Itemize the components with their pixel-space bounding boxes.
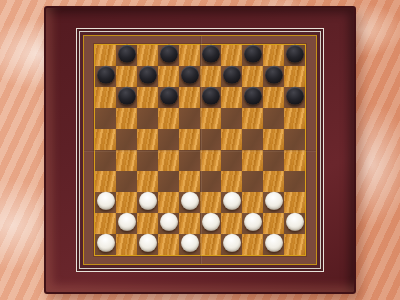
board-square-r5c5[interactable] xyxy=(179,129,200,150)
board-square-r2c5[interactable] xyxy=(179,66,200,87)
black-checker-piece[interactable] xyxy=(223,65,241,83)
black-checker-piece[interactable] xyxy=(244,86,262,104)
board-square-r1c3[interactable] xyxy=(137,45,158,66)
board-square-r10c1[interactable] xyxy=(95,234,116,255)
board-square-r6c6[interactable] xyxy=(200,150,221,171)
board-square-r7c5[interactable] xyxy=(179,171,200,192)
board-square-r9c10[interactable] xyxy=(284,213,305,234)
board-square-r5c7[interactable] xyxy=(221,129,242,150)
board-square-r8c5[interactable] xyxy=(179,192,200,213)
board-square-r6c5[interactable] xyxy=(179,150,200,171)
white-checker-piece[interactable] xyxy=(244,212,262,230)
board-square-r3c8[interactable] xyxy=(242,87,263,108)
board-square-r5c6[interactable] xyxy=(200,129,221,150)
board-square-r8c2[interactable] xyxy=(116,192,137,213)
black-checker-piece[interactable] xyxy=(244,44,262,62)
board-square-r8c7[interactable] xyxy=(221,192,242,213)
white-checker-piece[interactable] xyxy=(223,191,241,209)
white-checker-piece[interactable] xyxy=(202,212,220,230)
board-square-r6c8[interactable] xyxy=(242,150,263,171)
black-checker-piece[interactable] xyxy=(265,65,283,83)
board-square-r6c7[interactable] xyxy=(221,150,242,171)
board-square-r10c8[interactable] xyxy=(242,234,263,255)
board-square-r2c8[interactable] xyxy=(242,66,263,87)
board-square-r8c6[interactable] xyxy=(200,192,221,213)
board-square-r2c1[interactable] xyxy=(95,66,116,87)
board-square-r3c5[interactable] xyxy=(179,87,200,108)
board-square-r1c9[interactable] xyxy=(263,45,284,66)
black-checker-piece[interactable] xyxy=(286,86,304,104)
black-checker-piece[interactable] xyxy=(118,44,136,62)
white-checker-piece[interactable] xyxy=(139,191,157,209)
board-square-r6c9[interactable] xyxy=(263,150,284,171)
board-square-r4c4[interactable] xyxy=(158,108,179,129)
board-square-r5c4[interactable] xyxy=(158,129,179,150)
board-square-r5c9[interactable] xyxy=(263,129,284,150)
board-square-r10c4[interactable] xyxy=(158,234,179,255)
gold-border xyxy=(94,44,306,256)
board-square-r7c8[interactable] xyxy=(242,171,263,192)
board-square-r9c9[interactable] xyxy=(263,213,284,234)
board-square-r3c1[interactable] xyxy=(95,87,116,108)
board-square-r9c7[interactable] xyxy=(221,213,242,234)
board-square-r6c10[interactable] xyxy=(284,150,305,171)
board-square-r1c8[interactable] xyxy=(242,45,263,66)
white-checker-piece[interactable] xyxy=(181,191,199,209)
board-square-r2c10[interactable] xyxy=(284,66,305,87)
white-checker-piece[interactable] xyxy=(118,212,136,230)
board-square-r5c1[interactable] xyxy=(95,129,116,150)
board-square-r3c6[interactable] xyxy=(200,87,221,108)
board-square-r10c6[interactable] xyxy=(200,234,221,255)
board-square-r3c9[interactable] xyxy=(263,87,284,108)
black-checker-piece[interactable] xyxy=(97,65,115,83)
board-square-r9c1[interactable] xyxy=(95,213,116,234)
board-square-r9c2[interactable] xyxy=(116,213,137,234)
black-checker-piece[interactable] xyxy=(202,44,220,62)
board-square-r9c5[interactable] xyxy=(179,213,200,234)
board-square-r5c10[interactable] xyxy=(284,129,305,150)
board-square-r6c1[interactable] xyxy=(95,150,116,171)
board-square-r8c8[interactable] xyxy=(242,192,263,213)
board-square-r8c10[interactable] xyxy=(284,192,305,213)
white-checker-piece[interactable] xyxy=(265,233,283,251)
board-square-r1c2[interactable] xyxy=(116,45,137,66)
board-square-r2c9[interactable] xyxy=(263,66,284,87)
black-checker-piece[interactable] xyxy=(286,44,304,62)
board-square-r6c3[interactable] xyxy=(137,150,158,171)
board-square-r5c8[interactable] xyxy=(242,129,263,150)
black-checker-piece[interactable] xyxy=(202,86,220,104)
board-square-r3c7[interactable] xyxy=(221,87,242,108)
board-square-r3c2[interactable] xyxy=(116,87,137,108)
board-square-r2c6[interactable] xyxy=(200,66,221,87)
white-checker-piece[interactable] xyxy=(286,212,304,230)
board-square-r7c2[interactable] xyxy=(116,171,137,192)
board-square-r4c7[interactable] xyxy=(221,108,242,129)
board-square-r7c9[interactable] xyxy=(263,171,284,192)
checkers-board xyxy=(95,45,305,255)
board-square-r5c3[interactable] xyxy=(137,129,158,150)
board-square-r6c2[interactable] xyxy=(116,150,137,171)
black-checker-piece[interactable] xyxy=(118,86,136,104)
board-square-r2c4[interactable] xyxy=(158,66,179,87)
mahogany-board-frame xyxy=(44,6,356,294)
board-square-r2c2[interactable] xyxy=(116,66,137,87)
board-square-r3c3[interactable] xyxy=(137,87,158,108)
white-checker-piece[interactable] xyxy=(223,233,241,251)
board-square-r2c7[interactable] xyxy=(221,66,242,87)
black-checker-piece[interactable] xyxy=(160,86,178,104)
white-checker-piece[interactable] xyxy=(97,233,115,251)
black-checker-piece[interactable] xyxy=(160,44,178,62)
black-checker-piece[interactable] xyxy=(181,65,199,83)
board-square-r10c2[interactable] xyxy=(116,234,137,255)
board-square-r1c7[interactable] xyxy=(221,45,242,66)
board-square-r8c9[interactable] xyxy=(263,192,284,213)
board-square-r4c1[interactable] xyxy=(95,108,116,129)
board-square-r1c5[interactable] xyxy=(179,45,200,66)
board-square-r8c4[interactable] xyxy=(158,192,179,213)
board-square-r10c7[interactable] xyxy=(221,234,242,255)
board-square-r4c8[interactable] xyxy=(242,108,263,129)
board-square-r10c10[interactable] xyxy=(284,234,305,255)
board-square-r9c4[interactable] xyxy=(158,213,179,234)
white-checker-piece[interactable] xyxy=(160,212,178,230)
board-square-r7c4[interactable] xyxy=(158,171,179,192)
board-margin-band xyxy=(83,35,317,265)
board-square-r5c2[interactable] xyxy=(116,129,137,150)
board-square-r7c7[interactable] xyxy=(221,171,242,192)
white-checker-piece[interactable] xyxy=(181,233,199,251)
board-square-r9c8[interactable] xyxy=(242,213,263,234)
board-square-r7c3[interactable] xyxy=(137,171,158,192)
board-square-r10c5[interactable] xyxy=(179,234,200,255)
silver-trim-outer xyxy=(76,28,324,272)
board-square-r10c9[interactable] xyxy=(263,234,284,255)
white-checker-piece[interactable] xyxy=(265,191,283,209)
board-square-r9c6[interactable] xyxy=(200,213,221,234)
board-square-r4c9[interactable] xyxy=(263,108,284,129)
board-square-r4c2[interactable] xyxy=(116,108,137,129)
board-square-r8c1[interactable] xyxy=(95,192,116,213)
silver-trim-inner xyxy=(79,31,321,269)
board-square-r2c3[interactable] xyxy=(137,66,158,87)
board-square-r7c10[interactable] xyxy=(284,171,305,192)
board-square-r3c10[interactable] xyxy=(284,87,305,108)
board-square-r4c6[interactable] xyxy=(200,108,221,129)
white-checker-piece[interactable] xyxy=(139,233,157,251)
board-square-r4c3[interactable] xyxy=(137,108,158,129)
white-checker-piece[interactable] xyxy=(97,191,115,209)
board-square-r4c5[interactable] xyxy=(179,108,200,129)
board-square-r1c6[interactable] xyxy=(200,45,221,66)
board-square-r10c3[interactable] xyxy=(137,234,158,255)
board-square-r6c4[interactable] xyxy=(158,150,179,171)
board-square-r1c1[interactable] xyxy=(95,45,116,66)
board-square-r1c4[interactable] xyxy=(158,45,179,66)
board-square-r7c6[interactable] xyxy=(200,171,221,192)
board-square-r4c10[interactable] xyxy=(284,108,305,129)
board-square-r9c3[interactable] xyxy=(137,213,158,234)
board-square-r8c3[interactable] xyxy=(137,192,158,213)
board-square-r1c10[interactable] xyxy=(284,45,305,66)
board-square-r7c1[interactable] xyxy=(95,171,116,192)
black-checker-piece[interactable] xyxy=(139,65,157,83)
board-square-r3c4[interactable] xyxy=(158,87,179,108)
